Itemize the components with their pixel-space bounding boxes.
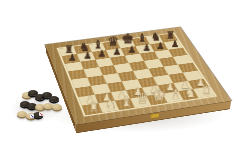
piece-black-rook: ♜ [64, 44, 74, 55]
piece-black-pawn: ♟ [98, 49, 106, 58]
chess-board: ♜♞♝♛♚♝♞♜♟♟♟♟♟♟♟♟♟♟♟♟♟♟♟♟♜♞♝♛♚♝♞♜ [45, 27, 231, 124]
square-e5 [129, 61, 148, 71]
piece-white-pawn: ♟ [102, 92, 111, 102]
piece-black-pawn: ♟ [68, 53, 76, 62]
checker-black [49, 96, 59, 102]
square-a5 [68, 69, 87, 79]
die-red-pips [39, 112, 43, 116]
checker-natural [52, 104, 62, 110]
piece-black-bishop: ♝ [93, 39, 104, 51]
piece-black-rook: ♜ [166, 31, 175, 41]
piece-black-pawn: ♟ [171, 39, 179, 48]
square-d1: ♛ [131, 96, 152, 107]
piece-black-knight: ♞ [79, 41, 89, 53]
die-blue-pips [30, 114, 34, 118]
piece-white-pawn: ♟ [196, 78, 205, 88]
piece-black-pawn: ♟ [83, 51, 91, 60]
chess-set-photo: ♜♞♝♛♚♝♞♜♟♟♟♟♟♟♟♟♟♟♟♟♟♟♟♟♜♞♝♛♚♝♞♜ [0, 0, 240, 150]
board-perspective-wrap: ♜♞♝♛♚♝♞♜♟♟♟♟♟♟♟♟♟♟♟♟♟♟♟♟♜♞♝♛♚♝♞♜ [0, 0, 240, 150]
brass-clasp-icon [151, 113, 159, 118]
playing-area: ♜♞♝♛♚♝♞♜♟♟♟♟♟♟♟♟♟♟♟♟♟♟♟♟♜♞♝♛♚♝♞♜ [56, 32, 217, 116]
piece-white-pawn: ♟ [118, 89, 127, 99]
